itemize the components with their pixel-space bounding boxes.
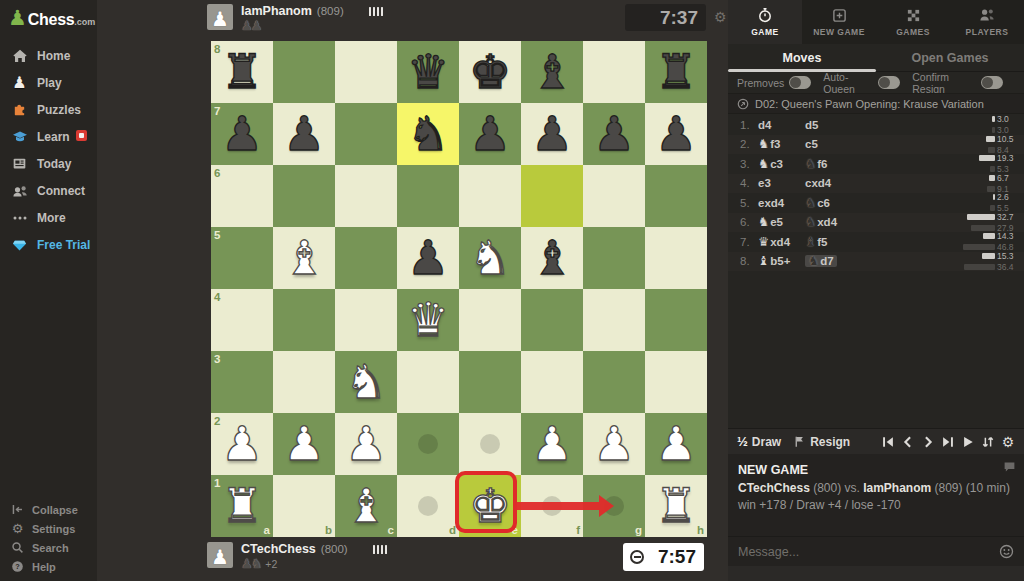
sidebar: ♟Chess.com Home♟PlayPuzzlesLearnTodayCon… bbox=[0, 0, 97, 581]
square-b4[interactable] bbox=[273, 289, 335, 351]
sidebar-item-label: More bbox=[37, 211, 66, 225]
toggles-row: PremovesAuto-QueenConfirm Resign bbox=[728, 72, 1024, 93]
square-g8[interactable] bbox=[583, 41, 645, 103]
file-label-g: g bbox=[635, 524, 642, 536]
sidebar-footer-search[interactable]: Search bbox=[0, 538, 97, 557]
chesscom-logo[interactable]: ♟Chess.com bbox=[8, 8, 95, 29]
white-knight-figurine: ♞ bbox=[758, 216, 769, 228]
black-bishop-figurine: ♝ bbox=[805, 236, 816, 248]
toggle-premoves[interactable] bbox=[789, 76, 811, 89]
square-d8[interactable]: ♛ bbox=[397, 41, 459, 103]
chat-options-icon[interactable] bbox=[1003, 460, 1016, 473]
more-icon bbox=[11, 209, 28, 226]
panel-bottom-strip bbox=[728, 566, 1024, 581]
square-a7[interactable]: 7♟ bbox=[211, 103, 273, 165]
sidebar-footer-help[interactable]: ?Help bbox=[0, 557, 97, 576]
move-times: 14.346.8 bbox=[963, 231, 1024, 252]
bottom-player-clock: 7:57 bbox=[623, 543, 704, 571]
square-f6[interactable] bbox=[521, 165, 583, 227]
square-a3[interactable]: 3 bbox=[211, 351, 273, 413]
avatar-pawn-icon: ♟ bbox=[211, 546, 229, 568]
current-move-chip: ♞d7 bbox=[805, 255, 837, 267]
square-b3[interactable] bbox=[273, 351, 335, 413]
square-g2[interactable]: ♟ bbox=[583, 413, 645, 475]
move-times: 2.65.5 bbox=[990, 192, 1024, 213]
piece-black-king[interactable]: ♚ bbox=[459, 41, 521, 103]
piece-black-knight[interactable]: ♞ bbox=[397, 103, 459, 165]
top-player-bar: ♟ IamPhanom (809) ♟♟ bbox=[207, 4, 383, 32]
square-d4[interactable]: ♛ bbox=[397, 289, 459, 351]
top-player-clock: 7:37 bbox=[625, 4, 706, 31]
square-f8[interactable]: ♝ bbox=[521, 41, 583, 103]
bottom-clock-time: 7:57 bbox=[658, 546, 696, 568]
logo-suffix: .com bbox=[74, 17, 95, 27]
sidebar-item-today[interactable]: Today bbox=[0, 150, 97, 177]
piece-white-knight[interactable]: ♞ bbox=[335, 351, 397, 413]
diamond-icon bbox=[11, 236, 28, 253]
move-row: 5.exd4♞c62.65.5 bbox=[728, 193, 1024, 213]
piece-white-pawn[interactable]: ♟ bbox=[583, 413, 645, 475]
file-label-c: c bbox=[388, 524, 394, 536]
chat-rating-rewards: win +178 / Draw +4 / lose -170 bbox=[738, 498, 1014, 512]
settings-icon: ⚙ bbox=[11, 522, 24, 535]
sidebar-item-free-trial[interactable]: Free Trial bbox=[0, 231, 97, 258]
avatar-pawn-icon: ♟ bbox=[211, 8, 229, 30]
piece-white-pawn[interactable]: ♟ bbox=[335, 413, 397, 475]
chess-board[interactable]: 8♜♛♚♝♜7♟♟♞♟♟♟♟65♝♟♞♝4♛3♞2♟♟♟♟♟♟1a♜bc♝de♚… bbox=[211, 41, 707, 537]
square-c4[interactable] bbox=[335, 289, 397, 351]
top-player-name[interactable]: IamPhanom bbox=[241, 4, 312, 18]
white-move[interactable]: exd4 bbox=[758, 197, 805, 209]
piece-white-pawn[interactable]: ♟ bbox=[645, 413, 707, 475]
white-move[interactable]: ♝b5+ bbox=[758, 255, 805, 267]
move-number: 6. bbox=[728, 216, 758, 228]
draw-button[interactable]: Draw bbox=[752, 435, 781, 449]
subtab-moves[interactable]: Moves bbox=[728, 44, 876, 71]
piece-black-pawn[interactable]: ♟ bbox=[521, 103, 583, 165]
india-flag-icon bbox=[349, 6, 364, 16]
puzzle-icon bbox=[11, 101, 28, 118]
black-move[interactable]: d5 bbox=[805, 119, 883, 131]
tab-label: GAME bbox=[751, 27, 779, 37]
white-move[interactable]: ♛xd4 bbox=[758, 236, 805, 248]
square-a2[interactable]: 2♟ bbox=[211, 413, 273, 475]
plus-square-icon bbox=[831, 7, 847, 23]
piece-black-pawn[interactable]: ♟ bbox=[645, 103, 707, 165]
sidebar-item-label: Puzzles bbox=[37, 103, 81, 117]
draw-half-icon: ½ bbox=[737, 434, 748, 449]
sidebar-nav: Home♟PlayPuzzlesLearnTodayConnectMoreFre… bbox=[0, 42, 97, 258]
move-times: 32.727.9 bbox=[967, 212, 1024, 233]
square-h1[interactable]: h♜ bbox=[645, 475, 707, 537]
piece-white-pawn[interactable]: ♟ bbox=[521, 413, 583, 475]
square-e5[interactable]: ♞ bbox=[459, 227, 521, 289]
sidebar-item-label: Free Trial bbox=[37, 238, 90, 252]
sidebar-item-label: Today bbox=[37, 157, 71, 171]
sidebar-item-label: Play bbox=[37, 76, 62, 90]
moves-list: 1.d4d53.03.02.♞f3c510.58.43.♞c3♞f619.35.… bbox=[728, 115, 1024, 428]
square-a6[interactable]: 6 bbox=[211, 165, 273, 227]
white-knight-figurine: ♞ bbox=[758, 158, 769, 170]
square-h4[interactable] bbox=[645, 289, 707, 351]
tab-label: GAMES bbox=[896, 27, 930, 37]
white-knight-figurine: ♞ bbox=[758, 138, 769, 150]
square-d3[interactable] bbox=[397, 351, 459, 413]
nav-last-icon[interactable] bbox=[941, 435, 955, 449]
footer-item-label: Collapse bbox=[32, 504, 78, 516]
toggle-label: Auto-Queen bbox=[823, 71, 873, 95]
right-panel: GAMENEW GAMEGAMESPLAYERS MovesOpen Games… bbox=[728, 0, 1024, 581]
square-c5[interactable] bbox=[335, 227, 397, 289]
black-knight-figurine: ♞ bbox=[805, 216, 816, 228]
message-input[interactable]: Message... bbox=[738, 545, 999, 559]
rank-label-5: 5 bbox=[214, 229, 220, 241]
file-label-d: d bbox=[449, 524, 456, 536]
move-times: 6.79.1 bbox=[987, 173, 1024, 194]
black-move[interactable]: ♞f6 bbox=[805, 158, 883, 170]
square-c6[interactable] bbox=[335, 165, 397, 227]
square-f7[interactable]: ♟ bbox=[521, 103, 583, 165]
square-g6[interactable] bbox=[583, 165, 645, 227]
move-number: 1. bbox=[728, 119, 758, 131]
smiley-icon[interactable] bbox=[999, 544, 1014, 559]
sidebar-item-home[interactable]: Home bbox=[0, 42, 97, 69]
black-move[interactable]: ♞d7 bbox=[805, 255, 883, 267]
move-number: 5. bbox=[728, 197, 758, 209]
square-f5[interactable]: ♝ bbox=[521, 227, 583, 289]
opening-row[interactable]: D02: Queen's Pawn Opening: Krause Variat… bbox=[728, 93, 1024, 114]
nav-first-icon[interactable] bbox=[881, 435, 895, 449]
toggle-label: Premoves bbox=[737, 77, 784, 89]
move-row: 2.♞f3c510.58.4 bbox=[728, 135, 1024, 155]
piece-black-pawn[interactable]: ♟ bbox=[459, 103, 521, 165]
sidebar-item-label: Connect bbox=[37, 184, 85, 198]
square-h7[interactable]: ♟ bbox=[645, 103, 707, 165]
tab-players[interactable]: PLAYERS bbox=[950, 0, 1024, 44]
square-b1[interactable]: b bbox=[273, 475, 335, 537]
sidebar-item-more[interactable]: More bbox=[0, 204, 97, 231]
square-b8[interactable] bbox=[273, 41, 335, 103]
rank-label-2: 2 bbox=[214, 415, 220, 427]
square-g3[interactable] bbox=[583, 351, 645, 413]
sidebar-footer-settings[interactable]: ⚙Settings bbox=[0, 519, 97, 538]
white-queen-figurine: ♛ bbox=[758, 236, 769, 248]
square-f3[interactable] bbox=[521, 351, 583, 413]
piece-white-queen[interactable]: ♛ bbox=[397, 289, 459, 351]
square-e7[interactable]: ♟ bbox=[459, 103, 521, 165]
piece-black-pawn[interactable]: ♟ bbox=[583, 103, 645, 165]
opening-explorer-icon bbox=[737, 98, 749, 110]
square-e8[interactable]: ♚ bbox=[459, 41, 521, 103]
resign-flag-icon bbox=[793, 435, 806, 448]
move-row: 7.♛xd4♝f514.346.8 bbox=[728, 232, 1024, 252]
white-move[interactable]: ♞f3 bbox=[758, 138, 805, 150]
top-player-avatar[interactable]: ♟ bbox=[207, 4, 233, 30]
square-e6[interactable] bbox=[459, 165, 521, 227]
sidebar-footer-collapse[interactable]: Collapse bbox=[0, 500, 97, 519]
gear-icon[interactable]: ⚙ bbox=[1001, 435, 1015, 449]
square-d2[interactable] bbox=[397, 413, 459, 475]
square-c8[interactable] bbox=[335, 41, 397, 103]
bottom-player-bar: ♟ CTechChess (800) ♟♞+2 bbox=[207, 542, 387, 570]
sidebar-item-label: Home bbox=[37, 49, 70, 63]
arrow-head bbox=[599, 495, 614, 517]
suggested-move-arrow bbox=[516, 502, 599, 510]
logo-pawn-icon: ♟ bbox=[8, 8, 27, 28]
rank-label-4: 4 bbox=[214, 291, 220, 303]
piece-black-pawn[interactable]: ♟ bbox=[397, 227, 459, 289]
black-move[interactable]: ♝f5 bbox=[805, 236, 883, 248]
square-d5[interactable]: ♟ bbox=[397, 227, 459, 289]
move-hint-dot-e2[interactable] bbox=[480, 434, 500, 454]
file-label-e: e bbox=[512, 524, 518, 536]
message-row: Message... bbox=[728, 536, 1024, 566]
square-f2[interactable]: ♟ bbox=[521, 413, 583, 475]
opening-name: D02: Queen's Pawn Opening: Krause Variat… bbox=[755, 98, 984, 110]
search-icon bbox=[11, 541, 24, 554]
rank-label-6: 6 bbox=[214, 167, 220, 179]
learn-icon bbox=[11, 128, 28, 145]
help-icon: ? bbox=[11, 560, 24, 573]
move-times: 15.336.4 bbox=[964, 251, 1024, 272]
sidebar-item-learn[interactable]: Learn bbox=[0, 123, 97, 150]
flip-board-icon[interactable] bbox=[981, 435, 995, 449]
square-f4[interactable] bbox=[521, 289, 583, 351]
move-times: 3.03.0 bbox=[992, 115, 1024, 135]
piece-black-pawn[interactable]: ♟ bbox=[273, 103, 335, 165]
home-icon bbox=[11, 47, 28, 64]
footer-item-label: Settings bbox=[32, 523, 75, 535]
india-flag-icon bbox=[353, 544, 368, 554]
move-row: 8.♝b5+♞d715.336.4 bbox=[728, 252, 1024, 272]
black-move[interactable]: ♞xd4 bbox=[805, 216, 883, 228]
notification-badge bbox=[76, 130, 87, 141]
white-move[interactable]: ♞e5 bbox=[758, 216, 805, 228]
file-label-f: f bbox=[576, 524, 580, 536]
move-number: 3. bbox=[728, 158, 758, 170]
sidebar-item-puzzles[interactable]: Puzzles bbox=[0, 96, 97, 123]
toggle-confirm-resign[interactable] bbox=[981, 76, 1003, 89]
connection-bars-icon bbox=[369, 7, 384, 16]
file-label-b: b bbox=[325, 524, 332, 536]
footer-item-label: Help bbox=[32, 561, 56, 573]
square-d6[interactable] bbox=[397, 165, 459, 227]
top-captured-pieces: ♟♟ bbox=[241, 19, 383, 32]
today-icon bbox=[11, 155, 28, 172]
clock-icon bbox=[630, 550, 644, 564]
move-row: 3.♞c3♞f619.35.3 bbox=[728, 154, 1024, 174]
piece-black-rook[interactable]: ♜ bbox=[645, 41, 707, 103]
captured-pawn-icon: ♟ bbox=[251, 19, 263, 32]
rank-label-8: 8 bbox=[214, 43, 220, 55]
nav-play-icon[interactable] bbox=[961, 435, 975, 449]
bottom-player-rating: (800) bbox=[321, 543, 348, 555]
black-move[interactable]: c5 bbox=[805, 138, 883, 150]
square-b2[interactable]: ♟ bbox=[273, 413, 335, 475]
move-hint-dot-d1[interactable] bbox=[418, 496, 438, 516]
square-c1[interactable]: c♝ bbox=[335, 475, 397, 537]
piece-white-knight[interactable]: ♞ bbox=[459, 227, 521, 289]
square-h8[interactable]: ♜ bbox=[645, 41, 707, 103]
top-player-rating: (809) bbox=[317, 5, 344, 17]
logo-text: Chess bbox=[28, 11, 75, 29]
move-number: 8. bbox=[728, 255, 758, 267]
square-g4[interactable] bbox=[583, 289, 645, 351]
svg-text:?: ? bbox=[15, 562, 20, 571]
square-a1[interactable]: 1a♜ bbox=[211, 475, 273, 537]
piece-black-bishop[interactable]: ♝ bbox=[521, 227, 583, 289]
rank-label-3: 3 bbox=[214, 353, 220, 365]
square-b6[interactable] bbox=[273, 165, 335, 227]
black-knight-figurine: ♞ bbox=[808, 255, 819, 267]
white-move[interactable]: d4 bbox=[758, 119, 805, 131]
white-bishop-figurine: ♝ bbox=[758, 255, 769, 267]
material-score: +2 bbox=[265, 558, 277, 570]
white-move[interactable]: e3 bbox=[758, 177, 805, 189]
captured-knight-icon: ♞ bbox=[251, 557, 263, 570]
square-h6[interactable] bbox=[645, 165, 707, 227]
move-times: 19.35.3 bbox=[979, 153, 1024, 174]
subtab-open-games[interactable]: Open Games bbox=[876, 44, 1024, 71]
square-h3[interactable] bbox=[645, 351, 707, 413]
black-move[interactable]: cxd4 bbox=[805, 177, 883, 189]
square-g5[interactable] bbox=[583, 227, 645, 289]
play-piece-icon: ♟ bbox=[11, 74, 28, 91]
connection-bars-icon bbox=[373, 545, 388, 554]
move-row: 1.d4d53.03.0 bbox=[728, 115, 1024, 135]
resign-button[interactable]: Resign bbox=[810, 435, 850, 449]
toggle-auto-queen[interactable] bbox=[878, 76, 900, 89]
sidebar-item-play[interactable]: ♟Play bbox=[0, 69, 97, 96]
square-e1[interactable]: e♚ bbox=[459, 475, 521, 537]
move-number: 4. bbox=[728, 177, 758, 189]
square-a5[interactable]: 5 bbox=[211, 227, 273, 289]
black-knight-figurine: ♞ bbox=[805, 197, 816, 209]
chat-area: NEW GAME CTechChess (800) vs. IamPhanom … bbox=[728, 454, 1024, 536]
black-knight-figurine: ♞ bbox=[805, 158, 816, 170]
move-number: 7. bbox=[728, 236, 758, 248]
square-d7[interactable]: ♞ bbox=[397, 103, 459, 165]
piece-white-bishop[interactable]: ♝ bbox=[273, 227, 335, 289]
tab-label: PLAYERS bbox=[966, 27, 1009, 37]
square-e3[interactable] bbox=[459, 351, 521, 413]
move-row: 6.♞e5♞xd432.727.9 bbox=[728, 213, 1024, 233]
square-e4[interactable] bbox=[459, 289, 521, 351]
tab-label: NEW GAME bbox=[813, 27, 865, 37]
square-a4[interactable]: 4 bbox=[211, 289, 273, 351]
footer-item-label: Search bbox=[32, 542, 69, 554]
file-label-a: a bbox=[264, 524, 270, 536]
grid-icon bbox=[905, 7, 921, 23]
tab-new-game[interactable]: NEW GAME bbox=[802, 0, 876, 44]
move-nav-buttons: ⚙ bbox=[881, 435, 1015, 449]
game-controls-bar: ½ Draw Resign ⚙ bbox=[728, 428, 1024, 454]
square-e2[interactable] bbox=[459, 413, 521, 475]
square-d1[interactable]: d bbox=[397, 475, 459, 537]
move-row: 4.e3cxd46.79.1 bbox=[728, 174, 1024, 194]
panel-tab-bar: GAMENEW GAMEGAMESPLAYERS bbox=[728, 0, 1024, 44]
black-move[interactable]: ♞c6 bbox=[805, 197, 883, 209]
piece-black-bishop[interactable]: ♝ bbox=[521, 41, 583, 103]
bottom-captured-pieces: ♟♞+2 bbox=[241, 557, 387, 570]
sidebar-item-label: Learn bbox=[37, 130, 70, 144]
square-h2[interactable]: ♟ bbox=[645, 413, 707, 475]
square-h5[interactable] bbox=[645, 227, 707, 289]
nav-back-icon[interactable] bbox=[901, 435, 915, 449]
bottom-player-avatar[interactable]: ♟ bbox=[207, 542, 233, 568]
square-c2[interactable]: ♟ bbox=[335, 413, 397, 475]
move-number: 2. bbox=[728, 138, 758, 150]
game-area: ♟ IamPhanom (809) ♟♟ 7:37 ⚙ 8♜♛♚♝♜7♟♟♞♟♟… bbox=[97, 0, 728, 581]
square-c7[interactable] bbox=[335, 103, 397, 165]
sidebar-item-connect[interactable]: Connect bbox=[0, 177, 97, 204]
players-icon bbox=[979, 7, 995, 23]
chat-matchup-line: CTechChess (800) vs. IamPhanom (809) (10… bbox=[738, 481, 1014, 495]
toggle-label: Confirm Resign bbox=[912, 71, 976, 95]
sidebar-footer: Collapse⚙SettingsSearch?Help bbox=[0, 500, 97, 576]
collapse-icon bbox=[11, 503, 24, 516]
move-times: 10.58.4 bbox=[986, 134, 1024, 155]
stopwatch-icon bbox=[757, 7, 773, 23]
tab-game[interactable]: GAME bbox=[728, 0, 802, 44]
panel-subtabs: MovesOpen Games bbox=[728, 44, 1024, 72]
tab-games[interactable]: GAMES bbox=[876, 0, 950, 44]
chat-new-game-title: NEW GAME bbox=[738, 463, 1014, 477]
rank-label-7: 7 bbox=[214, 105, 220, 117]
white-move[interactable]: ♞c3 bbox=[758, 158, 805, 170]
piece-white-pawn[interactable]: ♟ bbox=[273, 413, 335, 475]
bottom-player-name[interactable]: CTechChess bbox=[241, 542, 316, 556]
square-b5[interactable]: ♝ bbox=[273, 227, 335, 289]
move-hint-dot-d2[interactable] bbox=[418, 434, 438, 454]
nav-forward-icon[interactable] bbox=[921, 435, 935, 449]
rank-label-1: 1 bbox=[214, 477, 220, 489]
board-settings-gear-icon[interactable]: ⚙ bbox=[714, 9, 727, 25]
square-b7[interactable]: ♟ bbox=[273, 103, 335, 165]
connect-icon bbox=[11, 182, 28, 199]
square-g7[interactable]: ♟ bbox=[583, 103, 645, 165]
square-a8[interactable]: 8♜ bbox=[211, 41, 273, 103]
file-label-h: h bbox=[697, 524, 704, 536]
piece-black-queen[interactable]: ♛ bbox=[397, 41, 459, 103]
square-c3[interactable]: ♞ bbox=[335, 351, 397, 413]
